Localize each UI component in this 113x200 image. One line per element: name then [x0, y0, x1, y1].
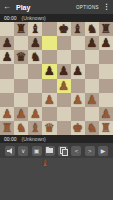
- captured-pieces-tray: ♝: [0, 158, 113, 168]
- square-d1[interactable]: ♛: [42, 121, 56, 135]
- square-d3[interactable]: ♟: [42, 93, 56, 107]
- black-pawn: ♟: [2, 50, 13, 64]
- black-pawn: ♟: [44, 64, 55, 78]
- square-c2[interactable]: ♟: [28, 107, 42, 121]
- square-c7[interactable]: ♟: [28, 36, 42, 50]
- volume-button[interactable]: [5, 146, 15, 156]
- chess-board: ♜♝♚♝♞♜♟♟♟♟♟♛♞♟♟♟♟♟♟♟♟♟♟♟♜♞♝♛♚♞♜: [0, 22, 113, 135]
- square-a3[interactable]: [0, 93, 14, 107]
- app-bar: ← Play OPTIONS ⋮: [0, 0, 113, 14]
- square-d2[interactable]: [42, 107, 56, 121]
- open-folder-button[interactable]: [45, 146, 55, 156]
- square-h6[interactable]: [99, 50, 113, 64]
- square-b5[interactable]: [14, 64, 28, 78]
- square-f1[interactable]: ♚: [71, 121, 85, 135]
- speaker-icon: [7, 148, 14, 154]
- square-b7[interactable]: [14, 36, 28, 50]
- square-g2[interactable]: [85, 107, 99, 121]
- folder-icon: [46, 148, 53, 153]
- square-e2[interactable]: [57, 107, 71, 121]
- white-queen: ♛: [44, 121, 55, 135]
- square-d6[interactable]: [42, 50, 56, 64]
- square-c6[interactable]: ♞: [28, 50, 42, 64]
- square-d8[interactable]: [42, 22, 56, 36]
- square-h2[interactable]: ♟: [99, 107, 113, 121]
- square-b3[interactable]: [14, 93, 28, 107]
- square-e1[interactable]: [57, 121, 71, 135]
- black-queen: ♛: [16, 50, 27, 64]
- black-pawn: ♟: [72, 64, 83, 78]
- square-a6[interactable]: ♟: [0, 50, 14, 64]
- square-f3[interactable]: ♟: [71, 93, 85, 107]
- white-knight: ♞: [86, 121, 97, 135]
- square-f7[interactable]: [71, 36, 85, 50]
- square-e7[interactable]: [57, 36, 71, 50]
- square-e4[interactable]: ♟: [57, 79, 71, 93]
- options-button[interactable]: OPTIONS: [76, 5, 99, 10]
- play-icon: ▶: [101, 146, 106, 156]
- square-f4[interactable]: [71, 79, 85, 93]
- chevron-left-icon: <: [75, 146, 79, 156]
- white-rook: ♜: [101, 121, 112, 135]
- square-c1[interactable]: ♝: [28, 121, 42, 135]
- square-a4[interactable]: [0, 79, 14, 93]
- collapse-button[interactable]: ∨: [18, 146, 28, 156]
- square-e8[interactable]: ♚: [57, 22, 71, 36]
- square-f2[interactable]: [71, 107, 85, 121]
- square-d5[interactable]: ♟: [42, 64, 56, 78]
- square-e3[interactable]: [57, 93, 71, 107]
- square-b4[interactable]: [14, 79, 28, 93]
- black-pawn: ♟: [30, 36, 41, 50]
- square-g7[interactable]: ♟: [85, 36, 99, 50]
- black-knight: ♞: [30, 50, 41, 64]
- page-title: Play: [16, 4, 76, 11]
- white-pawn: ♟: [86, 93, 97, 107]
- black-bishop: ♝: [30, 22, 41, 36]
- white-rook: ♜: [2, 121, 13, 135]
- black-rook: ♜: [16, 22, 27, 36]
- white-pawn: ♟: [2, 107, 13, 121]
- square-h5[interactable]: [99, 64, 113, 78]
- square-g5[interactable]: [85, 64, 99, 78]
- white-pawn: ♟: [58, 79, 69, 93]
- play-button[interactable]: ▶: [98, 146, 108, 156]
- player-name: (Unknown): [22, 136, 46, 142]
- white-pawn: ♟: [72, 93, 83, 107]
- square-a7[interactable]: ♟: [0, 36, 14, 50]
- copy-button[interactable]: [58, 146, 68, 156]
- square-e6[interactable]: [57, 50, 71, 64]
- square-f6[interactable]: [71, 50, 85, 64]
- game-toolbar: ∨ ▣ < > ▶: [0, 143, 113, 158]
- empty-area: [0, 168, 113, 200]
- white-king: ♚: [72, 121, 83, 135]
- square-c5[interactable]: [28, 64, 42, 78]
- white-bishop: ♝: [30, 121, 41, 135]
- black-knight: ♞: [86, 22, 97, 36]
- black-pawn: ♟: [58, 64, 69, 78]
- captured-piece: ♝: [41, 158, 49, 168]
- square-d4[interactable]: [42, 79, 56, 93]
- square-d7[interactable]: [42, 36, 56, 50]
- square-g3[interactable]: ♟: [85, 93, 99, 107]
- square-b1[interactable]: ♞: [14, 121, 28, 135]
- square-g8[interactable]: ♞: [85, 22, 99, 36]
- square-g4[interactable]: [85, 79, 99, 93]
- save-button[interactable]: ▣: [32, 146, 42, 156]
- white-pawn: ♟: [16, 107, 27, 121]
- square-c8[interactable]: ♝: [28, 22, 42, 36]
- black-king: ♚: [58, 22, 69, 36]
- square-a8[interactable]: [0, 22, 14, 36]
- square-e5[interactable]: ♟: [57, 64, 71, 78]
- square-c4[interactable]: [28, 79, 42, 93]
- save-icon: ▣: [34, 146, 40, 156]
- square-h3[interactable]: [99, 93, 113, 107]
- black-pawn: ♟: [101, 36, 112, 50]
- player-bar: 00:00 (Unknown): [0, 135, 113, 143]
- square-b2[interactable]: ♟: [14, 107, 28, 121]
- square-h1[interactable]: ♜: [99, 121, 113, 135]
- square-g6[interactable]: [85, 50, 99, 64]
- square-a2[interactable]: ♟: [0, 107, 14, 121]
- opponent-clock: 00:00: [4, 15, 17, 21]
- black-pawn: ♟: [2, 36, 13, 50]
- app-screen: ← Play OPTIONS ⋮ 00:00 (Unknown) ♜♝♚♝♞♜♟…: [0, 0, 113, 200]
- square-b6[interactable]: ♛: [14, 50, 28, 64]
- square-f5[interactable]: ♟: [71, 64, 85, 78]
- black-pawn: ♟: [86, 36, 97, 50]
- square-g1[interactable]: ♞: [85, 121, 99, 135]
- square-a5[interactable]: [0, 64, 14, 78]
- square-h7[interactable]: ♟: [99, 36, 113, 50]
- opponent-bar: 00:00 (Unknown): [0, 14, 113, 22]
- chevron-right-icon: >: [88, 146, 92, 156]
- black-bishop: ♝: [72, 22, 83, 36]
- copy-icon: [60, 147, 66, 154]
- previous-move-button[interactable]: <: [71, 146, 81, 156]
- square-a1[interactable]: ♜: [0, 121, 14, 135]
- black-rook: ♜: [101, 22, 112, 36]
- overflow-menu-icon[interactable]: ⋮: [103, 0, 110, 14]
- white-pawn: ♟: [101, 107, 112, 121]
- white-pawn: ♟: [30, 107, 41, 121]
- next-move-button[interactable]: >: [85, 146, 95, 156]
- white-knight: ♞: [16, 121, 27, 135]
- square-h8[interactable]: ♜: [99, 22, 113, 36]
- square-b8[interactable]: ♜: [14, 22, 28, 36]
- chevron-down-icon: ∨: [21, 146, 25, 156]
- square-c3[interactable]: [28, 93, 42, 107]
- player-clock: 00:00: [4, 136, 17, 142]
- back-arrow-icon[interactable]: ←: [3, 0, 11, 14]
- square-f8[interactable]: ♝: [71, 22, 85, 36]
- square-h4[interactable]: [99, 79, 113, 93]
- opponent-name: (Unknown): [22, 15, 46, 21]
- white-pawn: ♟: [44, 93, 55, 107]
